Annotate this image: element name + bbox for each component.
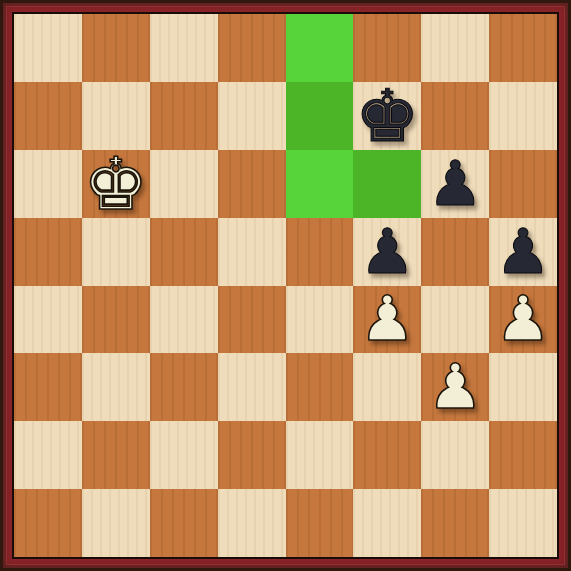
square-b3[interactable] <box>82 353 150 421</box>
square-c2[interactable] <box>150 421 218 489</box>
white-pawn[interactable]: ♟ <box>495 288 551 350</box>
square-e8[interactable] <box>286 14 354 82</box>
square-h5[interactable]: ♟ <box>489 218 557 286</box>
square-g4[interactable] <box>421 286 489 354</box>
square-g3[interactable]: ♟ <box>421 353 489 421</box>
square-h1[interactable] <box>489 489 557 557</box>
square-g1[interactable] <box>421 489 489 557</box>
square-d7[interactable] <box>218 82 286 150</box>
square-f6[interactable] <box>353 150 421 218</box>
square-c6[interactable] <box>150 150 218 218</box>
square-g7[interactable] <box>421 82 489 150</box>
square-e6[interactable] <box>286 150 354 218</box>
square-d2[interactable] <box>218 421 286 489</box>
square-a3[interactable] <box>14 353 82 421</box>
square-b1[interactable] <box>82 489 150 557</box>
square-c1[interactable] <box>150 489 218 557</box>
square-g5[interactable] <box>421 218 489 286</box>
square-f2[interactable] <box>353 421 421 489</box>
square-g2[interactable] <box>421 421 489 489</box>
square-d5[interactable] <box>218 218 286 286</box>
black-king[interactable]: ♚ <box>355 82 420 150</box>
square-b4[interactable] <box>82 286 150 354</box>
square-e1[interactable] <box>286 489 354 557</box>
square-f3[interactable] <box>353 353 421 421</box>
square-d4[interactable] <box>218 286 286 354</box>
square-b5[interactable] <box>82 218 150 286</box>
square-e2[interactable] <box>286 421 354 489</box>
square-c8[interactable] <box>150 14 218 82</box>
square-d6[interactable] <box>218 150 286 218</box>
square-h4[interactable]: ♟ <box>489 286 557 354</box>
square-d8[interactable] <box>218 14 286 82</box>
white-pawn[interactable]: ♟ <box>360 288 416 350</box>
square-b7[interactable] <box>82 82 150 150</box>
square-f7[interactable]: ♚ <box>353 82 421 150</box>
black-pawn[interactable]: ♟ <box>360 221 416 283</box>
square-b2[interactable] <box>82 421 150 489</box>
square-a4[interactable] <box>14 286 82 354</box>
square-g6[interactable]: ♟ <box>421 150 489 218</box>
square-d3[interactable] <box>218 353 286 421</box>
square-c3[interactable] <box>150 353 218 421</box>
square-h6[interactable] <box>489 150 557 218</box>
square-f1[interactable] <box>353 489 421 557</box>
square-b8[interactable] <box>82 14 150 82</box>
chessboard-inner-border: ♚♚♟♟♟♟♟♟ <box>12 12 559 559</box>
white-pawn[interactable]: ♟ <box>427 356 483 418</box>
square-f8[interactable] <box>353 14 421 82</box>
square-a5[interactable] <box>14 218 82 286</box>
square-a6[interactable] <box>14 150 82 218</box>
square-f4[interactable]: ♟ <box>353 286 421 354</box>
square-c7[interactable] <box>150 82 218 150</box>
square-a8[interactable] <box>14 14 82 82</box>
square-d1[interactable] <box>218 489 286 557</box>
square-e4[interactable] <box>286 286 354 354</box>
square-h3[interactable] <box>489 353 557 421</box>
chessboard: ♚♚♟♟♟♟♟♟ <box>14 14 557 557</box>
square-g8[interactable] <box>421 14 489 82</box>
square-f5[interactable]: ♟ <box>353 218 421 286</box>
square-b6[interactable]: ♚ <box>82 150 150 218</box>
square-c5[interactable] <box>150 218 218 286</box>
square-e7[interactable] <box>286 82 354 150</box>
chessboard-frame: ♚♚♟♟♟♟♟♟ <box>0 0 571 571</box>
square-e3[interactable] <box>286 353 354 421</box>
white-king[interactable]: ♚ <box>84 150 149 218</box>
square-h8[interactable] <box>489 14 557 82</box>
square-h7[interactable] <box>489 82 557 150</box>
square-c4[interactable] <box>150 286 218 354</box>
square-e5[interactable] <box>286 218 354 286</box>
black-pawn[interactable]: ♟ <box>495 221 551 283</box>
square-a2[interactable] <box>14 421 82 489</box>
black-pawn[interactable]: ♟ <box>427 153 483 215</box>
square-a7[interactable] <box>14 82 82 150</box>
square-h2[interactable] <box>489 421 557 489</box>
square-a1[interactable] <box>14 489 82 557</box>
